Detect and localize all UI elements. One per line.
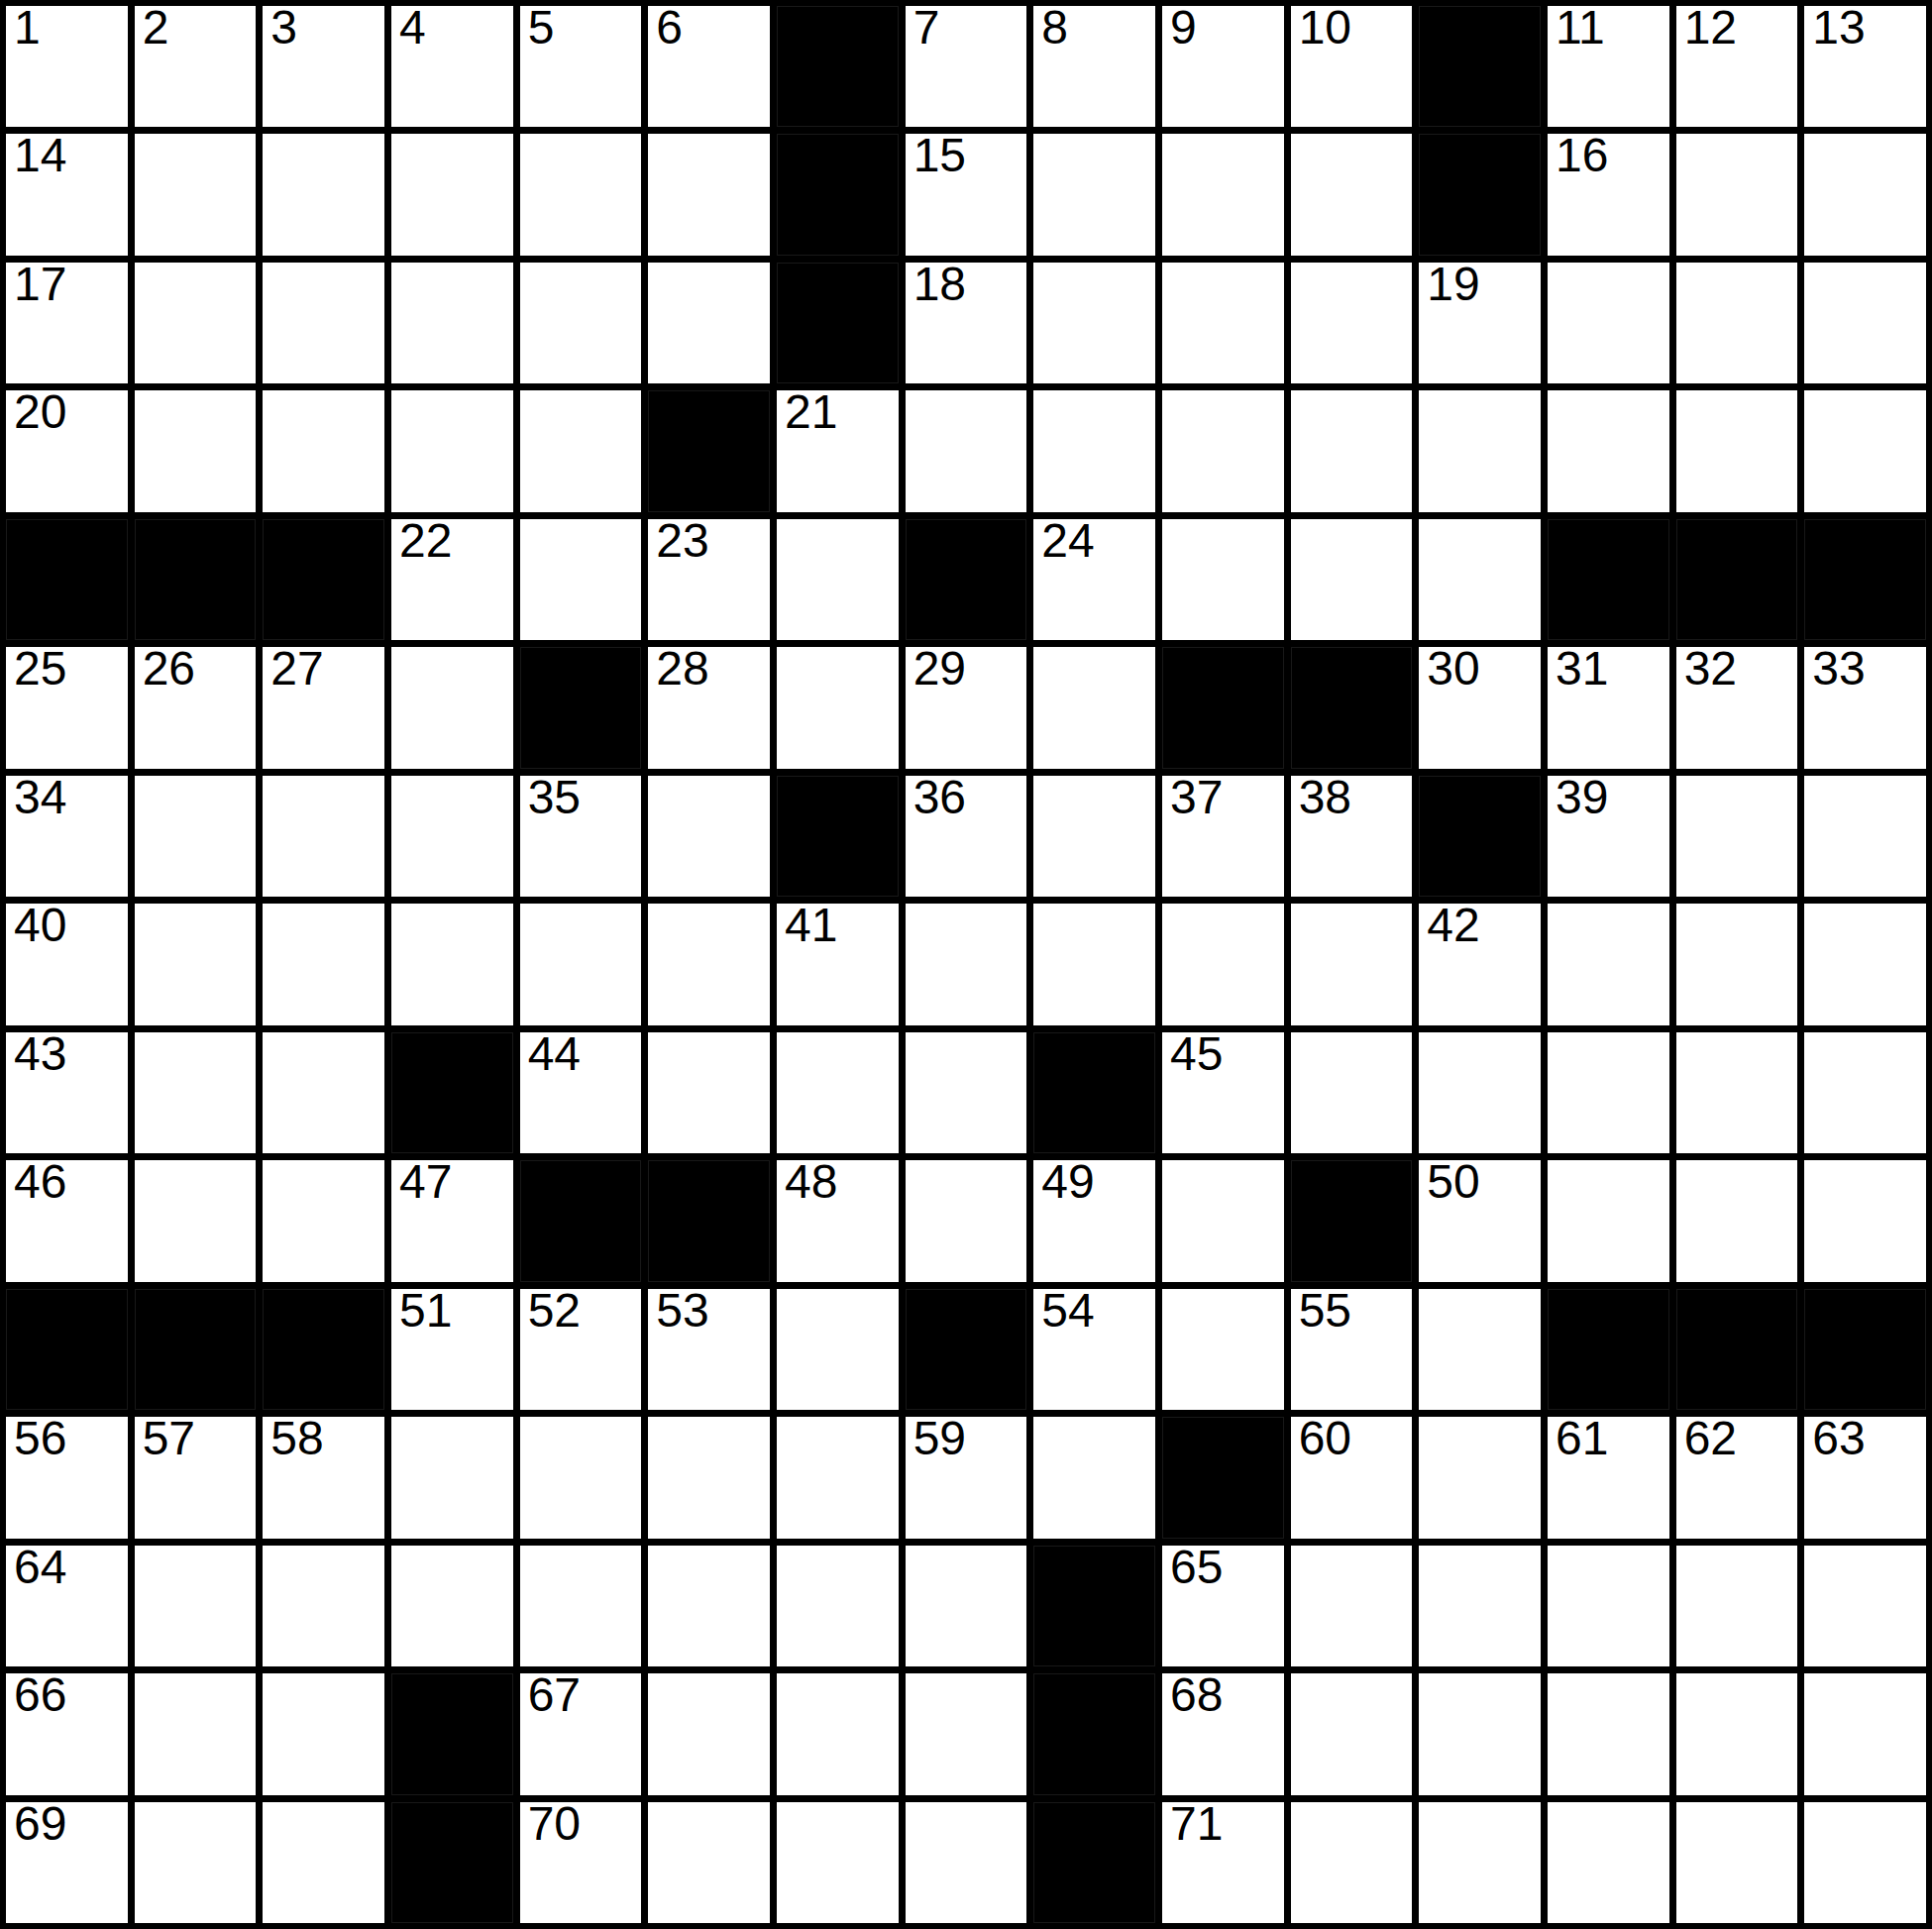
grid-cell[interactable] <box>906 1546 1027 1666</box>
grid-cell[interactable] <box>520 1417 642 1538</box>
grid-cell[interactable]: 19 <box>1419 263 1541 383</box>
clue-number: 45 <box>1170 1030 1223 1078</box>
grid-cell[interactable] <box>1804 776 1926 897</box>
grid-cell[interactable] <box>1033 776 1155 897</box>
clue-number: 1 <box>14 4 41 52</box>
grid-cell[interactable] <box>1162 904 1284 1024</box>
grid-cell[interactable] <box>263 263 384 383</box>
black-cell <box>648 390 770 511</box>
grid-cell[interactable]: 65 <box>1162 1546 1284 1666</box>
grid-cell[interactable]: 5 <box>520 6 642 127</box>
grid-cell[interactable] <box>391 263 513 383</box>
clue-number: 67 <box>528 1671 581 1719</box>
black-cell <box>1548 519 1669 640</box>
grid-cell[interactable]: 28 <box>648 647 770 768</box>
clue-number: 49 <box>1041 1158 1094 1206</box>
grid-cell[interactable]: 60 <box>1291 1417 1413 1538</box>
grid-cell[interactable] <box>1804 904 1926 1024</box>
grid-cell[interactable]: 17 <box>6 263 128 383</box>
clue-number: 46 <box>14 1158 66 1206</box>
grid-cell[interactable]: 49 <box>1033 1160 1155 1281</box>
grid-cell[interactable] <box>520 519 642 640</box>
grid-cell[interactable] <box>1162 519 1284 640</box>
grid-cell[interactable]: 15 <box>906 134 1027 255</box>
black-cell <box>1033 1032 1155 1153</box>
black-cell <box>1676 1289 1798 1410</box>
clue-number: 66 <box>14 1671 66 1719</box>
grid-cell[interactable] <box>1676 1032 1798 1153</box>
grid-cell[interactable]: 33 <box>1804 647 1926 768</box>
grid-cell[interactable]: 14 <box>6 134 128 255</box>
grid-cell[interactable]: 12 <box>1676 6 1798 127</box>
grid-cell[interactable] <box>263 1546 384 1666</box>
grid-cell[interactable]: 39 <box>1548 776 1669 897</box>
clue-number: 38 <box>1299 774 1351 821</box>
grid-cell[interactable] <box>1548 1546 1669 1666</box>
grid-cell[interactable] <box>391 647 513 768</box>
grid-cell[interactable] <box>1419 390 1541 511</box>
black-cell <box>520 647 642 768</box>
grid-cell[interactable] <box>648 134 770 255</box>
clue-number: 2 <box>143 4 169 52</box>
grid-cell[interactable] <box>135 904 257 1024</box>
grid-cell[interactable]: 8 <box>1033 6 1155 127</box>
clue-number: 50 <box>1427 1158 1479 1206</box>
grid-cell[interactable] <box>1033 647 1155 768</box>
black-cell <box>1033 1673 1155 1794</box>
grid-cell[interactable]: 29 <box>906 647 1027 768</box>
grid-cell[interactable]: 24 <box>1033 519 1155 640</box>
clue-number: 16 <box>1556 132 1608 179</box>
grid-cell[interactable] <box>1804 1546 1926 1666</box>
black-cell <box>1419 6 1541 127</box>
clue-number: 26 <box>143 645 195 693</box>
grid-cell[interactable] <box>1419 1289 1541 1410</box>
grid-cell[interactable] <box>1676 1673 1798 1794</box>
grid-cell[interactable] <box>135 390 257 511</box>
clue-number: 62 <box>1684 1415 1737 1462</box>
grid-cell[interactable] <box>777 1417 899 1538</box>
grid-cell[interactable] <box>135 776 257 897</box>
grid-cell[interactable]: 54 <box>1033 1289 1155 1410</box>
grid-cell[interactable] <box>777 1802 899 1923</box>
black-cell <box>6 519 128 640</box>
grid-cell[interactable] <box>1291 904 1413 1024</box>
grid-cell[interactable]: 61 <box>1548 1417 1669 1538</box>
grid-cell[interactable]: 16 <box>1548 134 1669 255</box>
black-cell <box>391 1032 513 1153</box>
grid-cell[interactable] <box>1419 1802 1541 1923</box>
grid-cell[interactable] <box>1676 134 1798 255</box>
black-cell <box>1291 647 1413 768</box>
grid-cell[interactable] <box>520 904 642 1024</box>
clue-number: 69 <box>14 1800 66 1848</box>
grid-cell[interactable] <box>777 647 899 768</box>
grid-cell[interactable]: 11 <box>1548 6 1669 127</box>
clue-number: 19 <box>1427 261 1479 308</box>
black-cell <box>1676 519 1798 640</box>
clue-number: 41 <box>785 902 837 949</box>
grid-cell[interactable] <box>906 1160 1027 1281</box>
grid-cell[interactable] <box>1804 1160 1926 1281</box>
clue-number: 35 <box>528 774 581 821</box>
grid-cell[interactable] <box>648 1673 770 1794</box>
grid-cell[interactable]: 68 <box>1162 1673 1284 1794</box>
grid-cell[interactable]: 35 <box>520 776 642 897</box>
grid-cell[interactable] <box>1548 1673 1669 1794</box>
black-cell <box>777 263 899 383</box>
grid-cell[interactable]: 22 <box>391 519 513 640</box>
grid-cell[interactable]: 36 <box>906 776 1027 897</box>
grid-cell[interactable]: 27 <box>263 647 384 768</box>
black-cell <box>391 1802 513 1923</box>
clue-number: 29 <box>913 645 966 693</box>
grid-cell[interactable]: 55 <box>1291 1289 1413 1410</box>
grid-cell[interactable] <box>1804 1673 1926 1794</box>
grid-cell[interactable]: 43 <box>6 1032 128 1153</box>
grid-cell[interactable]: 37 <box>1162 776 1284 897</box>
grid-cell[interactable] <box>1676 776 1798 897</box>
grid-cell[interactable] <box>391 776 513 897</box>
grid-cell[interactable] <box>1162 1160 1284 1281</box>
grid-cell[interactable] <box>1804 1802 1926 1923</box>
clue-number: 27 <box>270 645 323 693</box>
grid-cell[interactable] <box>1033 904 1155 1024</box>
grid-cell[interactable] <box>135 1546 257 1666</box>
clue-number: 43 <box>14 1030 66 1078</box>
grid-cell[interactable] <box>391 904 513 1024</box>
clue-number: 3 <box>270 4 297 52</box>
clue-number: 59 <box>913 1415 966 1462</box>
grid-cell[interactable] <box>777 1546 899 1666</box>
grid-cell[interactable] <box>1419 1417 1541 1538</box>
black-cell <box>1419 134 1541 255</box>
clue-number: 11 <box>1556 4 1605 52</box>
grid-cell[interactable] <box>135 1802 257 1923</box>
grid-cell[interactable] <box>1676 390 1798 511</box>
grid-cell[interactable]: 32 <box>1676 647 1798 768</box>
grid-cell[interactable] <box>1548 263 1669 383</box>
black-cell <box>777 134 899 255</box>
grid-cell[interactable]: 3 <box>263 6 384 127</box>
grid-cell[interactable] <box>648 1546 770 1666</box>
grid-cell[interactable] <box>1162 390 1284 511</box>
grid-cell[interactable] <box>1419 519 1541 640</box>
clue-number: 17 <box>14 261 66 308</box>
grid-cell[interactable]: 7 <box>906 6 1027 127</box>
grid-cell[interactable] <box>1419 1032 1541 1153</box>
grid-cell[interactable] <box>263 1160 384 1281</box>
black-cell <box>1162 647 1284 768</box>
grid-cell[interactable] <box>1291 134 1413 255</box>
clue-number: 40 <box>14 902 66 949</box>
black-cell <box>1291 1160 1413 1281</box>
clue-number: 52 <box>528 1287 581 1335</box>
grid-cell[interactable]: 38 <box>1291 776 1413 897</box>
grid-cell[interactable]: 13 <box>1804 6 1926 127</box>
grid-cell[interactable] <box>1291 1673 1413 1794</box>
grid-cell[interactable]: 66 <box>6 1673 128 1794</box>
grid-cell[interactable]: 69 <box>6 1802 128 1923</box>
grid-cell[interactable] <box>1291 1802 1413 1923</box>
grid-cell[interactable] <box>648 776 770 897</box>
clue-number: 10 <box>1299 4 1351 52</box>
black-cell <box>1419 776 1541 897</box>
grid-cell[interactable] <box>1548 1032 1669 1153</box>
grid-cell[interactable] <box>1676 1546 1798 1666</box>
clue-number: 20 <box>14 388 66 436</box>
grid-cell[interactable] <box>1291 519 1413 640</box>
clue-number: 36 <box>913 774 966 821</box>
grid-cell[interactable]: 48 <box>777 1160 899 1281</box>
grid-cell[interactable]: 34 <box>6 776 128 897</box>
grid-cell[interactable]: 50 <box>1419 1160 1541 1281</box>
grid-cell[interactable] <box>648 1417 770 1538</box>
clue-number: 15 <box>913 132 966 179</box>
black-cell <box>777 776 899 897</box>
grid-cell[interactable]: 56 <box>6 1417 128 1538</box>
grid-cell[interactable] <box>777 1673 899 1794</box>
clue-number: 13 <box>1812 4 1865 52</box>
black-cell <box>1804 1289 1926 1410</box>
grid-cell[interactable]: 6 <box>648 6 770 127</box>
clue-number: 24 <box>1041 517 1094 565</box>
clue-number: 22 <box>399 517 452 565</box>
grid-cell[interactable] <box>1291 263 1413 383</box>
clue-number: 32 <box>1684 645 1737 693</box>
grid-cell[interactable] <box>391 134 513 255</box>
clue-number: 58 <box>270 1415 323 1462</box>
grid-cell[interactable] <box>648 1802 770 1923</box>
grid-cell[interactable] <box>1033 1417 1155 1538</box>
black-cell <box>1033 1546 1155 1666</box>
grid-cell[interactable]: 42 <box>1419 904 1541 1024</box>
grid-cell[interactable] <box>1548 1802 1669 1923</box>
clue-number: 23 <box>656 517 708 565</box>
grid-cell[interactable]: 57 <box>135 1417 257 1538</box>
grid-cell[interactable] <box>777 1032 899 1153</box>
clue-number: 44 <box>528 1030 581 1078</box>
grid-cell[interactable] <box>391 1417 513 1538</box>
grid-cell[interactable] <box>263 904 384 1024</box>
grid-cell[interactable]: 51 <box>391 1289 513 1410</box>
clue-number: 61 <box>1556 1415 1608 1462</box>
grid-cell[interactable] <box>1291 1032 1413 1153</box>
grid-cell[interactable] <box>648 1032 770 1153</box>
grid-cell[interactable] <box>135 134 257 255</box>
black-cell <box>1033 1802 1155 1923</box>
clue-number: 70 <box>528 1800 581 1848</box>
black-cell <box>391 1673 513 1794</box>
grid-cell[interactable]: 45 <box>1162 1032 1284 1153</box>
black-cell <box>906 1289 1027 1410</box>
grid-cell[interactable] <box>906 1673 1027 1794</box>
clue-number: 33 <box>1812 645 1865 693</box>
grid-cell[interactable] <box>135 1032 257 1153</box>
grid-cell[interactable] <box>1548 390 1669 511</box>
grid-cell[interactable]: 9 <box>1162 6 1284 127</box>
clue-number: 9 <box>1170 4 1197 52</box>
grid-cell[interactable]: 62 <box>1676 1417 1798 1538</box>
grid-cell[interactable] <box>263 134 384 255</box>
grid-cell[interactable]: 10 <box>1291 6 1413 127</box>
clue-number: 55 <box>1299 1287 1351 1335</box>
grid-cell[interactable]: 70 <box>520 1802 642 1923</box>
clue-number: 51 <box>399 1287 452 1335</box>
grid-cell[interactable] <box>1291 1546 1413 1666</box>
grid-cell[interactable] <box>906 390 1027 511</box>
grid-cell[interactable] <box>1804 134 1926 255</box>
black-cell <box>135 1289 257 1410</box>
grid-cell[interactable] <box>648 904 770 1024</box>
clue-number: 25 <box>14 645 66 693</box>
grid-cell[interactable]: 46 <box>6 1160 128 1281</box>
grid-cell[interactable] <box>263 1032 384 1153</box>
grid-cell[interactable]: 31 <box>1548 647 1669 768</box>
clue-number: 12 <box>1684 4 1737 52</box>
grid-cell[interactable] <box>1291 390 1413 511</box>
clue-number: 5 <box>528 4 555 52</box>
grid-cell[interactable] <box>135 1160 257 1281</box>
black-cell <box>1548 1289 1669 1410</box>
grid-cell[interactable]: 40 <box>6 904 128 1024</box>
grid-cell[interactable] <box>135 1673 257 1794</box>
black-cell <box>1804 519 1926 640</box>
grid-cell[interactable]: 2 <box>135 6 257 127</box>
clue-number: 7 <box>913 4 940 52</box>
grid-cell[interactable] <box>1804 390 1926 511</box>
grid-cell[interactable] <box>1419 1673 1541 1794</box>
clue-number: 39 <box>1556 774 1608 821</box>
clue-number: 65 <box>1170 1544 1223 1591</box>
clue-number: 18 <box>913 261 966 308</box>
grid-cell[interactable] <box>1676 1160 1798 1281</box>
black-cell <box>906 519 1027 640</box>
clue-number: 71 <box>1170 1800 1223 1848</box>
grid-cell[interactable] <box>1676 904 1798 1024</box>
grid-cell[interactable] <box>1804 1032 1926 1153</box>
grid-cell[interactable] <box>906 1802 1027 1923</box>
clue-number: 64 <box>14 1544 66 1591</box>
clue-number: 6 <box>656 4 683 52</box>
grid-cell[interactable]: 52 <box>520 1289 642 1410</box>
clue-number: 48 <box>785 1158 837 1206</box>
crossword-grid: 1234567891011121314151617181920212223242… <box>0 0 1932 1929</box>
clue-number: 37 <box>1170 774 1223 821</box>
grid-cell[interactable]: 23 <box>648 519 770 640</box>
grid-cell[interactable]: 41 <box>777 904 899 1024</box>
grid-cell[interactable]: 1 <box>6 6 128 127</box>
grid-cell[interactable] <box>263 1673 384 1794</box>
clue-number: 54 <box>1041 1287 1094 1335</box>
grid-cell[interactable]: 20 <box>6 390 128 511</box>
grid-cell[interactable] <box>1033 263 1155 383</box>
grid-cell[interactable] <box>1804 263 1926 383</box>
grid-cell[interactable] <box>1162 1289 1284 1410</box>
grid-cell[interactable] <box>777 519 899 640</box>
clue-number: 4 <box>399 4 426 52</box>
clue-number: 57 <box>143 1415 195 1462</box>
grid-cell[interactable] <box>1162 134 1284 255</box>
clue-number: 42 <box>1427 902 1479 949</box>
grid-cell[interactable]: 47 <box>391 1160 513 1281</box>
grid-cell[interactable]: 30 <box>1419 647 1541 768</box>
clue-number: 47 <box>399 1158 452 1206</box>
grid-cell[interactable] <box>777 1289 899 1410</box>
grid-cell[interactable] <box>1033 134 1155 255</box>
clue-number: 56 <box>14 1415 66 1462</box>
grid-cell[interactable] <box>1548 904 1669 1024</box>
black-cell <box>263 519 384 640</box>
grid-cell[interactable] <box>1548 1160 1669 1281</box>
grid-cell[interactable]: 53 <box>648 1289 770 1410</box>
black-cell <box>135 519 257 640</box>
grid-cell[interactable] <box>906 904 1027 1024</box>
grid-cell[interactable] <box>906 1032 1027 1153</box>
clue-number: 28 <box>656 645 708 693</box>
clue-number: 30 <box>1427 645 1479 693</box>
grid-cell[interactable]: 59 <box>906 1417 1027 1538</box>
clue-number: 14 <box>14 132 66 179</box>
grid-cell[interactable]: 44 <box>520 1032 642 1153</box>
black-cell <box>520 1160 642 1281</box>
grid-cell[interactable] <box>263 390 384 511</box>
grid-cell[interactable]: 63 <box>1804 1417 1926 1538</box>
grid-cell[interactable] <box>520 263 642 383</box>
grid-cell[interactable]: 21 <box>777 390 899 511</box>
grid-cell[interactable]: 64 <box>6 1546 128 1666</box>
grid-cell[interactable] <box>520 1546 642 1666</box>
grid-cell[interactable]: 71 <box>1162 1802 1284 1923</box>
black-cell <box>263 1289 384 1410</box>
grid-cell[interactable]: 18 <box>906 263 1027 383</box>
grid-cell[interactable] <box>1033 390 1155 511</box>
grid-cell[interactable] <box>520 134 642 255</box>
clue-number: 34 <box>14 774 66 821</box>
black-cell <box>6 1289 128 1410</box>
clue-number: 53 <box>656 1287 708 1335</box>
grid-cell[interactable] <box>1676 263 1798 383</box>
grid-cell[interactable] <box>1419 1546 1541 1666</box>
grid-cell[interactable]: 26 <box>135 647 257 768</box>
grid-cell[interactable] <box>648 263 770 383</box>
black-cell <box>1162 1417 1284 1538</box>
clue-number: 21 <box>785 388 837 436</box>
grid-cell[interactable]: 4 <box>391 6 513 127</box>
black-cell <box>648 1160 770 1281</box>
grid-cell[interactable] <box>135 263 257 383</box>
clue-number: 60 <box>1299 1415 1351 1462</box>
grid-cell[interactable] <box>263 776 384 897</box>
clue-number: 8 <box>1041 4 1068 52</box>
clue-number: 63 <box>1812 1415 1865 1462</box>
grid-cell[interactable] <box>391 1546 513 1666</box>
grid-cell[interactable] <box>391 390 513 511</box>
clue-number: 68 <box>1170 1671 1223 1719</box>
grid-cell[interactable]: 58 <box>263 1417 384 1538</box>
grid-cell[interactable]: 25 <box>6 647 128 768</box>
grid-cell[interactable]: 67 <box>520 1673 642 1794</box>
grid-cell[interactable] <box>263 1802 384 1923</box>
black-cell <box>777 6 899 127</box>
grid-cell[interactable] <box>520 390 642 511</box>
clue-number: 31 <box>1556 645 1608 693</box>
grid-cell[interactable] <box>1162 263 1284 383</box>
grid-cell[interactable] <box>1676 1802 1798 1923</box>
